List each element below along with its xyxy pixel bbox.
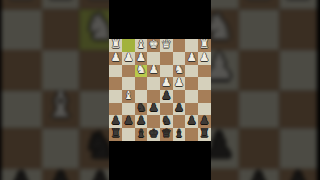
bg-square-g7: ♟	[41, 169, 81, 180]
bg-square-a6	[279, 130, 319, 170]
bg-square-b2: ♟	[239, 0, 279, 11]
square-g8[interactable]	[122, 128, 135, 141]
square-e8[interactable]: ♚	[147, 128, 160, 141]
square-d1[interactable]: ♛	[160, 39, 173, 52]
black-pawn[interactable]: ♟	[110, 115, 120, 127]
square-d3[interactable]	[160, 65, 173, 78]
bg-black-pawn: ♟	[5, 169, 38, 180]
square-b6[interactable]	[185, 103, 198, 116]
black-knight[interactable]: ♞	[161, 115, 171, 127]
square-f6[interactable]: ♞	[135, 103, 148, 116]
black-king[interactable]: ♚	[148, 128, 158, 140]
square-d4[interactable]: ♟	[160, 77, 173, 90]
square-d2[interactable]	[160, 52, 173, 65]
black-bishop[interactable]: ♝	[174, 128, 184, 140]
black-knight[interactable]: ♞	[136, 103, 146, 115]
square-a7[interactable]: ♟	[198, 115, 211, 128]
square-f1[interactable]: ♝	[135, 39, 148, 52]
bg-black-pawn: ♟	[243, 169, 276, 180]
chess-board[interactable]: ♜♝♚♛♜♟♟♟♟♟♞♟♞♟♟♝♟♞♟♟♟♟♟♞♟♟♜♝♚♛♝♜	[109, 39, 210, 140]
bg-square-h7: ♟	[2, 169, 42, 180]
bg-square-g2: ♟	[41, 0, 81, 11]
square-c8[interactable]: ♝	[173, 128, 186, 141]
bg-square-b5	[239, 90, 279, 130]
square-g2[interactable]: ♟	[122, 52, 135, 65]
square-c6[interactable]: ♟	[173, 103, 186, 116]
square-a4[interactable]	[198, 77, 211, 90]
black-queen[interactable]: ♛	[161, 128, 171, 140]
square-g6[interactable]	[122, 103, 135, 116]
bg-white-pawn: ♟	[243, 0, 276, 7]
white-pawn[interactable]: ♟	[161, 77, 171, 89]
bg-square-h5	[2, 90, 42, 130]
square-b1[interactable]	[185, 39, 198, 52]
square-h7[interactable]: ♟	[109, 115, 122, 128]
square-c5[interactable]	[173, 90, 186, 103]
square-b2[interactable]: ♟	[185, 52, 198, 65]
square-b3[interactable]	[185, 65, 198, 78]
black-pawn[interactable]: ♟	[136, 115, 146, 127]
square-g7[interactable]: ♟	[122, 115, 135, 128]
square-c3[interactable]: ♞	[173, 65, 186, 78]
bg-square-h3	[2, 11, 42, 51]
video-strip: ♜♝♚♛♜♟♟♟♟♟♞♟♞♟♟♝♟♞♟♟♟♟♟♞♟♟♜♝♚♛♝♜	[109, 0, 210, 180]
black-rook[interactable]: ♜	[199, 128, 209, 140]
square-h6[interactable]	[109, 103, 122, 116]
square-a2[interactable]: ♟	[198, 52, 211, 65]
square-h4[interactable]	[109, 77, 122, 90]
square-h5[interactable]	[109, 90, 122, 103]
bg-square-b6	[239, 130, 279, 170]
white-bishop[interactable]: ♝	[136, 39, 146, 51]
square-d7[interactable]: ♞	[160, 115, 173, 128]
square-c1[interactable]	[173, 39, 186, 52]
white-bishop[interactable]: ♝	[123, 90, 133, 102]
black-pawn[interactable]: ♟	[148, 103, 158, 115]
square-a3[interactable]	[198, 65, 211, 78]
white-pawn[interactable]: ♟	[186, 52, 196, 64]
bg-square-b3	[239, 11, 279, 51]
square-h3[interactable]	[109, 65, 122, 78]
square-c2[interactable]	[173, 52, 186, 65]
square-d6[interactable]	[160, 103, 173, 116]
square-e3[interactable]: ♟	[147, 65, 160, 78]
square-b8[interactable]	[185, 128, 198, 141]
square-e7[interactable]	[147, 115, 160, 128]
square-h2[interactable]: ♟	[109, 52, 122, 65]
white-pawn[interactable]: ♟	[123, 52, 133, 64]
square-f7[interactable]: ♟	[135, 115, 148, 128]
white-pawn[interactable]: ♟	[199, 52, 209, 64]
square-f8[interactable]: ♝	[135, 128, 148, 141]
black-pawn[interactable]: ♟	[199, 115, 209, 127]
bg-square-a2: ♟	[279, 0, 319, 11]
white-king[interactable]: ♚	[148, 39, 158, 51]
bg-square-a3	[279, 11, 319, 51]
square-f3[interactable]: ♞	[135, 65, 148, 78]
square-b5[interactable]	[185, 90, 198, 103]
bg-square-h6	[2, 130, 42, 170]
bg-square-b4	[239, 50, 279, 90]
bg-square-h4	[2, 50, 42, 90]
black-pawn[interactable]: ♟	[186, 115, 196, 127]
square-a5[interactable]	[198, 90, 211, 103]
square-e6[interactable]: ♟	[147, 103, 160, 116]
square-c4[interactable]: ♟	[173, 77, 186, 90]
square-g3[interactable]	[122, 65, 135, 78]
black-bishop[interactable]: ♝	[136, 128, 146, 140]
square-f2[interactable]: ♟	[135, 52, 148, 65]
white-rook[interactable]: ♜	[110, 39, 120, 51]
square-f4[interactable]	[135, 77, 148, 90]
square-g5[interactable]: ♝	[122, 90, 135, 103]
square-g1[interactable]	[122, 39, 135, 52]
square-f5[interactable]	[135, 90, 148, 103]
bg-white-pawn: ♟	[5, 0, 38, 7]
black-pawn[interactable]: ♟	[174, 103, 184, 115]
white-rook[interactable]: ♜	[199, 39, 209, 51]
square-c7[interactable]	[173, 115, 186, 128]
bg-square-g5: ♝	[41, 90, 81, 130]
bg-square-a5	[279, 90, 319, 130]
square-a6[interactable]	[198, 103, 211, 116]
square-e2[interactable]	[147, 52, 160, 65]
bg-square-g3	[41, 11, 81, 51]
white-queen[interactable]: ♛	[161, 39, 171, 51]
video-frame: ♜♝♚♛♜♟♟♟♟♟♞♟♞♟♟♝♟♞♟♟♟♟♟♞♟♟♜♝♚♛♝♜ ♜♝♚♛♜♟♟…	[0, 0, 320, 180]
square-g4[interactable]	[122, 77, 135, 90]
bg-white-bishop: ♝	[45, 90, 78, 126]
square-h1[interactable]: ♜	[109, 39, 122, 52]
white-pawn[interactable]: ♟	[148, 65, 158, 77]
square-e1[interactable]: ♚	[147, 39, 160, 52]
square-b4[interactable]	[185, 77, 198, 90]
square-e4[interactable]	[147, 77, 160, 90]
square-d8[interactable]: ♛	[160, 128, 173, 141]
black-pawn[interactable]: ♟	[161, 90, 171, 102]
bg-square-a7: ♟	[279, 169, 319, 180]
white-knight[interactable]: ♞	[136, 65, 146, 77]
bg-black-pawn: ♟	[45, 169, 78, 180]
bg-square-h2: ♟	[2, 0, 42, 11]
square-d5[interactable]: ♟	[160, 90, 173, 103]
black-pawn[interactable]: ♟	[123, 115, 133, 127]
square-h8[interactable]: ♜	[109, 128, 122, 141]
bg-white-pawn: ♟	[45, 0, 78, 7]
bg-black-pawn: ♟	[282, 169, 315, 180]
bg-square-g4	[41, 50, 81, 90]
square-e5[interactable]	[147, 90, 160, 103]
square-a8[interactable]: ♜	[198, 128, 211, 141]
white-pawn[interactable]: ♟	[174, 77, 184, 89]
white-pawn[interactable]: ♟	[136, 52, 146, 64]
bg-square-a4	[279, 50, 319, 90]
bg-square-b7: ♟	[239, 169, 279, 180]
white-knight[interactable]: ♞	[174, 65, 184, 77]
square-a1[interactable]: ♜	[198, 39, 211, 52]
bg-white-pawn: ♟	[282, 0, 315, 7]
white-pawn[interactable]: ♟	[110, 52, 120, 64]
black-rook[interactable]: ♜	[110, 128, 120, 140]
square-b7[interactable]: ♟	[185, 115, 198, 128]
bg-square-g6	[41, 130, 81, 170]
